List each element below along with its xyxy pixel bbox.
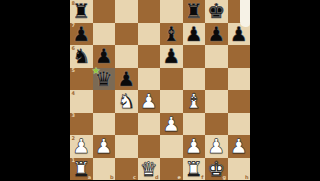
- video-frame-letterbox: 8♜♜♚7♟♝♟♟♟6♞♟♟5♛★♟4♞♟♝3♟2♟♟♟♟♟1a♜bcd♛ef♜…: [0, 0, 320, 180]
- square-e1[interactable]: e: [160, 158, 183, 181]
- piece-white-pawn[interactable]: ♟: [230, 136, 248, 156]
- square-c2[interactable]: [115, 135, 138, 158]
- square-d4[interactable]: ♟: [138, 90, 161, 113]
- square-d2[interactable]: [138, 135, 161, 158]
- square-h5[interactable]: [228, 68, 251, 91]
- file-label-h: h: [245, 175, 249, 180]
- piece-white-pawn[interactable]: ♟: [185, 136, 203, 156]
- piece-white-pawn[interactable]: ♟: [162, 113, 180, 133]
- piece-white-bishop[interactable]: ♝: [185, 91, 203, 111]
- square-f4[interactable]: ♝: [183, 90, 206, 113]
- file-label-d: d: [155, 175, 159, 180]
- square-g5[interactable]: [205, 68, 228, 91]
- square-e3[interactable]: ♟: [160, 113, 183, 136]
- piece-black-pawn[interactable]: ♟: [162, 46, 180, 66]
- piece-white-pawn[interactable]: ♟: [207, 136, 225, 156]
- square-a1[interactable]: 1a♜: [70, 158, 93, 181]
- square-h1[interactable]: h: [228, 158, 251, 181]
- rank-label-2: 2: [72, 136, 75, 141]
- piece-white-rook[interactable]: ♜: [185, 158, 203, 178]
- square-b4[interactable]: [93, 90, 116, 113]
- square-c1[interactable]: c: [115, 158, 138, 181]
- square-g7[interactable]: ♟: [205, 23, 228, 46]
- square-d1[interactable]: d♛: [138, 158, 161, 181]
- square-e6[interactable]: ♟: [160, 45, 183, 68]
- square-a3[interactable]: 3: [70, 113, 93, 136]
- square-g1[interactable]: g♚: [205, 158, 228, 181]
- piece-black-bishop[interactable]: ♝: [162, 23, 180, 43]
- square-e8[interactable]: [160, 0, 183, 23]
- piece-black-pawn[interactable]: ♟: [185, 23, 203, 43]
- square-f2[interactable]: ♟: [183, 135, 206, 158]
- square-d3[interactable]: [138, 113, 161, 136]
- square-d5[interactable]: [138, 68, 161, 91]
- square-g4[interactable]: [205, 90, 228, 113]
- square-b2[interactable]: ♟: [93, 135, 116, 158]
- file-label-g: g: [222, 175, 226, 180]
- square-a4[interactable]: 4: [70, 90, 93, 113]
- square-e4[interactable]: [160, 90, 183, 113]
- square-a5[interactable]: 5: [70, 68, 93, 91]
- square-d7[interactable]: [138, 23, 161, 46]
- piece-white-pawn[interactable]: ♟: [95, 136, 113, 156]
- square-h2[interactable]: ♟: [228, 135, 251, 158]
- square-d6[interactable]: [138, 45, 161, 68]
- square-f5[interactable]: [183, 68, 206, 91]
- overlay-capsule: [240, 0, 251, 27]
- square-g8[interactable]: ♚: [205, 0, 228, 23]
- square-f7[interactable]: ♟: [183, 23, 206, 46]
- piece-black-pawn[interactable]: ♟: [207, 23, 225, 43]
- square-f6[interactable]: [183, 45, 206, 68]
- square-g6[interactable]: [205, 45, 228, 68]
- rank-label-4: 4: [72, 91, 75, 96]
- file-label-f: f: [201, 175, 203, 180]
- rank-label-1: 1: [72, 158, 75, 163]
- square-h4[interactable]: [228, 90, 251, 113]
- square-c6[interactable]: [115, 45, 138, 68]
- square-h6[interactable]: [228, 45, 251, 68]
- square-b7[interactable]: [93, 23, 116, 46]
- file-label-c: c: [133, 175, 136, 180]
- square-a8[interactable]: 8♜: [70, 0, 93, 23]
- rank-label-6: 6: [72, 46, 75, 51]
- square-e5[interactable]: [160, 68, 183, 91]
- square-a7[interactable]: 7♟: [70, 23, 93, 46]
- file-label-e: e: [178, 175, 181, 180]
- square-h3[interactable]: [228, 113, 251, 136]
- file-label-b: b: [110, 175, 114, 180]
- square-a6[interactable]: 6♞: [70, 45, 93, 68]
- square-a2[interactable]: 2♟: [70, 135, 93, 158]
- piece-black-pawn[interactable]: ♟: [95, 46, 113, 66]
- last-move-star-icon: ★: [92, 66, 101, 76]
- square-b1[interactable]: b: [93, 158, 116, 181]
- square-c3[interactable]: [115, 113, 138, 136]
- board: 8♜♜♚7♟♝♟♟♟6♞♟♟5♛★♟4♞♟♝3♟2♟♟♟♟♟1a♜bcd♛ef♜…: [70, 0, 250, 180]
- square-c8[interactable]: [115, 0, 138, 23]
- square-b8[interactable]: [93, 0, 116, 23]
- rank-label-3: 3: [72, 113, 75, 118]
- rank-label-7: 7: [72, 23, 75, 28]
- square-c4[interactable]: ♞: [115, 90, 138, 113]
- square-f1[interactable]: f♜: [183, 158, 206, 181]
- square-f3[interactable]: [183, 113, 206, 136]
- square-e7[interactable]: ♝: [160, 23, 183, 46]
- piece-white-knight[interactable]: ♞: [117, 91, 135, 111]
- piece-black-rook[interactable]: ♜: [185, 1, 203, 21]
- square-g3[interactable]: [205, 113, 228, 136]
- piece-black-king[interactable]: ♚: [207, 1, 225, 21]
- square-b5[interactable]: ♛★: [93, 68, 116, 91]
- square-f8[interactable]: ♜: [183, 0, 206, 23]
- rank-label-8: 8: [72, 1, 75, 6]
- square-c5[interactable]: ♟: [115, 68, 138, 91]
- rank-label-5: 5: [72, 68, 75, 73]
- file-label-a: a: [88, 175, 91, 180]
- square-c7[interactable]: [115, 23, 138, 46]
- square-e2[interactable]: [160, 135, 183, 158]
- square-g2[interactable]: ♟: [205, 135, 228, 158]
- piece-black-pawn[interactable]: ♟: [117, 68, 135, 88]
- square-b3[interactable]: [93, 113, 116, 136]
- square-d8[interactable]: [138, 0, 161, 23]
- piece-white-pawn[interactable]: ♟: [140, 91, 158, 111]
